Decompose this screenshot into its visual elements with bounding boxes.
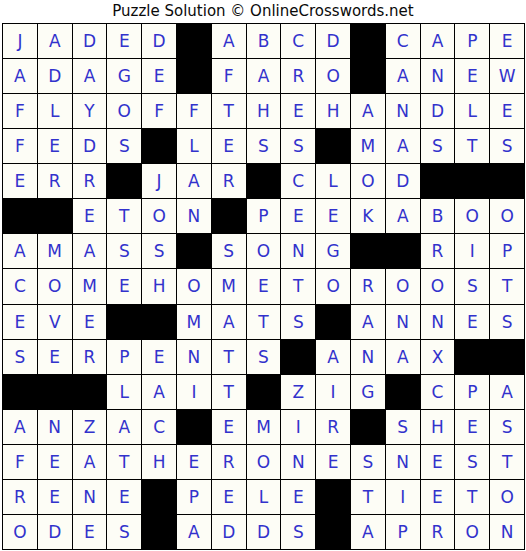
grid-cell[interactable]: N <box>73 480 107 514</box>
grid-cell[interactable]: T <box>212 340 246 374</box>
grid-cell[interactable]: O <box>455 515 489 549</box>
grid-cell[interactable]: D <box>421 94 455 128</box>
grid-cell[interactable]: E <box>455 305 489 339</box>
grid-cell[interactable]: S <box>490 129 524 163</box>
grid-cell[interactable]: O <box>351 164 385 198</box>
grid-cell[interactable]: E <box>212 129 246 163</box>
black-cell <box>455 340 489 374</box>
grid-cell[interactable]: E <box>281 480 315 514</box>
grid-cell[interactable]: A <box>386 59 420 93</box>
grid-cell[interactable]: A <box>177 164 211 198</box>
grid-cell[interactable]: V <box>38 305 72 339</box>
grid-cell[interactable]: R <box>38 164 72 198</box>
grid-cell[interactable]: L <box>455 94 489 128</box>
grid-cell[interactable]: F <box>177 94 211 128</box>
black-cell <box>73 375 107 409</box>
grid-cell[interactable]: F <box>3 129 37 163</box>
black-cell <box>3 199 37 233</box>
black-cell <box>490 340 524 374</box>
grid-cell[interactable]: E <box>421 480 455 514</box>
grid-cell[interactable]: S <box>212 234 246 268</box>
grid-cell[interactable]: P <box>455 375 489 409</box>
grid-cell[interactable]: E <box>490 24 524 58</box>
grid-cell[interactable]: M <box>177 305 211 339</box>
grid-cell[interactable]: X <box>421 340 455 374</box>
grid-cell[interactable]: I <box>316 375 350 409</box>
black-cell <box>142 515 176 549</box>
grid-cell[interactable]: D <box>38 59 72 93</box>
black-cell <box>142 305 176 339</box>
grid-cell[interactable]: T <box>490 269 524 303</box>
grid-cell[interactable]: T <box>490 445 524 479</box>
grid-cell[interactable]: O <box>38 269 72 303</box>
grid-cell[interactable]: C <box>386 24 420 58</box>
crossword-grid: JADEDABCDCAPEADAGEFAROANEWFLYOFFTHEHANDL… <box>2 23 525 550</box>
black-cell <box>316 480 350 514</box>
grid-cell[interactable]: M <box>212 269 246 303</box>
black-cell <box>247 375 281 409</box>
grid-cell[interactable]: A <box>73 59 107 93</box>
grid-cell[interactable]: E <box>281 94 315 128</box>
grid-cell[interactable]: H <box>421 410 455 444</box>
grid-cell[interactable]: E <box>107 480 141 514</box>
grid-cell[interactable]: E <box>38 480 72 514</box>
grid-cell[interactable]: E <box>142 340 176 374</box>
grid-cell[interactable]: S <box>490 305 524 339</box>
grid-cell[interactable]: E <box>107 24 141 58</box>
grid-cell[interactable]: N <box>386 305 420 339</box>
grid-cell[interactable]: D <box>73 129 107 163</box>
grid-cell[interactable]: A <box>107 410 141 444</box>
grid-cell[interactable]: L <box>38 94 72 128</box>
black-cell <box>316 129 350 163</box>
grid-cell[interactable]: N <box>177 199 211 233</box>
black-cell <box>351 234 385 268</box>
grid-cell[interactable]: T <box>107 199 141 233</box>
grid-cell[interactable]: E <box>490 94 524 128</box>
grid-cell[interactable]: F <box>3 94 37 128</box>
grid-cell[interactable]: S <box>281 129 315 163</box>
grid-cell[interactable]: B <box>421 199 455 233</box>
grid-cell[interactable]: C <box>281 24 315 58</box>
grid-cell[interactable]: A <box>351 94 385 128</box>
grid-cell[interactable]: O <box>107 94 141 128</box>
grid-cell[interactable]: R <box>73 340 107 374</box>
grid-cell[interactable]: D <box>247 515 281 549</box>
grid-cell[interactable]: N <box>281 234 315 268</box>
grid-cell[interactable]: R <box>421 515 455 549</box>
grid-cell[interactable]: A <box>247 59 281 93</box>
grid-cell[interactable]: D <box>38 515 72 549</box>
grid-cell[interactable]: A <box>73 445 107 479</box>
grid-cell[interactable]: G <box>107 59 141 93</box>
grid-cell[interactable]: G <box>316 234 350 268</box>
grid-cell[interactable]: S <box>247 340 281 374</box>
black-cell <box>177 59 211 93</box>
grid-cell[interactable]: R <box>212 164 246 198</box>
grid-cell[interactable]: H <box>142 445 176 479</box>
grid-cell[interactable]: C <box>3 269 37 303</box>
grid-cell[interactable]: E <box>38 129 72 163</box>
grid-cell[interactable]: O <box>142 199 176 233</box>
black-cell <box>3 375 37 409</box>
black-cell <box>455 164 489 198</box>
page-title: Puzzle Solution © OnlineCrosswords.net <box>0 1 526 21</box>
grid-cell[interactable]: B <box>247 24 281 58</box>
grid-cell[interactable]: A <box>421 24 455 58</box>
grid-cell[interactable]: A <box>73 234 107 268</box>
grid-cell[interactable]: P <box>247 199 281 233</box>
grid-cell[interactable]: N <box>386 445 420 479</box>
grid-cell[interactable]: S <box>107 515 141 549</box>
grid-cell[interactable]: L <box>316 164 350 198</box>
black-cell <box>316 305 350 339</box>
grid-cell[interactable]: S <box>421 129 455 163</box>
grid-cell[interactable]: A <box>177 515 211 549</box>
grid-cell[interactable]: E <box>455 59 489 93</box>
grid-cell[interactable]: T <box>107 445 141 479</box>
black-cell <box>351 24 385 58</box>
grid-cell[interactable]: T <box>281 269 315 303</box>
grid-cell[interactable]: E <box>142 59 176 93</box>
grid-cell[interactable]: E <box>316 445 350 479</box>
grid-cell[interactable]: S <box>490 410 524 444</box>
grid-cell[interactable]: H <box>316 94 350 128</box>
grid-cell[interactable]: K <box>351 199 385 233</box>
grid-cell[interactable]: S <box>455 445 489 479</box>
black-cell <box>142 129 176 163</box>
grid-cell[interactable]: A <box>351 515 385 549</box>
grid-cell[interactable]: D <box>316 24 350 58</box>
grid-cell[interactable]: L <box>107 375 141 409</box>
grid-cell[interactable]: R <box>316 410 350 444</box>
grid-cell[interactable]: R <box>73 164 107 198</box>
grid-cell[interactable]: H <box>247 94 281 128</box>
grid-cell[interactable]: D <box>212 515 246 549</box>
grid-cell[interactable]: W <box>490 59 524 93</box>
grid-cell[interactable]: N <box>386 94 420 128</box>
grid-cell[interactable]: S <box>455 269 489 303</box>
grid-cell[interactable]: D <box>386 164 420 198</box>
grid-cell[interactable]: P <box>107 340 141 374</box>
grid-cell[interactable]: M <box>247 410 281 444</box>
grid-cell[interactable]: R <box>351 269 385 303</box>
grid-cell[interactable]: C <box>142 410 176 444</box>
black-cell <box>177 24 211 58</box>
grid-cell[interactable]: E <box>38 340 72 374</box>
grid-cell[interactable]: H <box>142 269 176 303</box>
grid-cell[interactable]: O <box>490 199 524 233</box>
grid-cell[interactable]: A <box>38 24 72 58</box>
grid-cell[interactable]: A <box>3 234 37 268</box>
grid-cell[interactable]: S <box>142 234 176 268</box>
grid-cell[interactable]: N <box>421 305 455 339</box>
grid-cell[interactable]: L <box>177 129 211 163</box>
grid-cell[interactable]: E <box>73 515 107 549</box>
grid-cell[interactable]: E <box>455 410 489 444</box>
grid-cell[interactable]: I <box>455 234 489 268</box>
black-cell <box>386 234 420 268</box>
grid-cell[interactable]: N <box>421 59 455 93</box>
grid-cell[interactable]: E <box>212 410 246 444</box>
grid-cell[interactable]: O <box>3 515 37 549</box>
grid-cell[interactable]: S <box>386 410 420 444</box>
grid-cell[interactable]: M <box>38 234 72 268</box>
grid-cell[interactable]: A <box>386 129 420 163</box>
grid-cell[interactable]: A <box>3 59 37 93</box>
black-cell <box>421 164 455 198</box>
grid-cell[interactable]: S <box>107 234 141 268</box>
black-cell <box>281 340 315 374</box>
grid-cell[interactable]: O <box>421 269 455 303</box>
grid-cell[interactable]: J <box>3 24 37 58</box>
grid-cell[interactable]: O <box>247 234 281 268</box>
grid-cell[interactable]: P <box>490 234 524 268</box>
crossword-solution-page: Puzzle Solution © OnlineCrosswords.net J… <box>0 0 526 551</box>
grid-cell[interactable]: R <box>212 445 246 479</box>
black-cell <box>38 199 72 233</box>
grid-cell[interactable]: R <box>281 59 315 93</box>
grid-cell[interactable]: E <box>38 445 72 479</box>
grid-cell[interactable]: E <box>73 199 107 233</box>
black-cell <box>107 164 141 198</box>
grid-cell[interactable]: S <box>247 129 281 163</box>
grid-cell[interactable]: E <box>316 199 350 233</box>
grid-cell[interactable]: I <box>386 480 420 514</box>
grid-cell[interactable]: G <box>351 375 385 409</box>
black-cell <box>107 305 141 339</box>
grid-cell[interactable]: C <box>421 375 455 409</box>
grid-cell[interactable]: T <box>212 375 246 409</box>
grid-cell[interactable]: F <box>212 59 246 93</box>
grid-cell[interactable]: R <box>3 480 37 514</box>
grid-cell[interactable]: R <box>421 234 455 268</box>
grid-cell[interactable]: S <box>281 515 315 549</box>
grid-cell[interactable]: F <box>142 94 176 128</box>
black-cell <box>490 164 524 198</box>
black-cell <box>316 515 350 549</box>
grid-cell[interactable]: L <box>247 480 281 514</box>
grid-cell[interactable]: A <box>351 305 385 339</box>
grid-cell[interactable]: E <box>247 269 281 303</box>
grid-cell[interactable]: E <box>73 305 107 339</box>
grid-cell[interactable]: A <box>386 199 420 233</box>
grid-cell[interactable]: P <box>386 515 420 549</box>
grid-cell[interactable]: P <box>455 24 489 58</box>
black-cell <box>142 480 176 514</box>
grid-cell[interactable]: N <box>281 445 315 479</box>
grid-cell[interactable]: A <box>490 375 524 409</box>
grid-cell[interactable]: M <box>73 269 107 303</box>
grid-cell[interactable]: I <box>281 410 315 444</box>
grid-cell[interactable]: E <box>281 199 315 233</box>
grid-cell[interactable]: S <box>107 129 141 163</box>
grid-cell[interactable]: E <box>212 480 246 514</box>
black-cell <box>351 410 385 444</box>
grid-cell[interactable]: E <box>177 445 211 479</box>
grid-cell[interactable]: A <box>142 375 176 409</box>
grid-cell[interactable]: I <box>177 375 211 409</box>
grid-cell[interactable]: A <box>386 340 420 374</box>
grid-cell[interactable]: E <box>3 164 37 198</box>
grid-cell[interactable]: C <box>281 164 315 198</box>
grid-cell[interactable]: E <box>421 445 455 479</box>
grid-cell[interactable]: A <box>3 410 37 444</box>
grid-cell[interactable]: Y <box>73 94 107 128</box>
grid-cell[interactable]: S <box>281 305 315 339</box>
grid-cell[interactable]: N <box>351 340 385 374</box>
black-cell <box>386 375 420 409</box>
grid-cell[interactable]: O <box>455 199 489 233</box>
black-cell <box>177 234 211 268</box>
grid-cell[interactable]: E <box>107 269 141 303</box>
grid-cell[interactable]: S <box>3 340 37 374</box>
grid-cell[interactable]: O <box>490 480 524 514</box>
grid-cell[interactable]: N <box>38 410 72 444</box>
grid-cell[interactable]: F <box>3 445 37 479</box>
grid-cell[interactable]: D <box>142 24 176 58</box>
grid-cell[interactable]: O <box>316 59 350 93</box>
grid-cell[interactable]: A <box>316 340 350 374</box>
grid-cell[interactable]: D <box>73 24 107 58</box>
black-cell <box>247 164 281 198</box>
grid-cell[interactable]: T <box>455 480 489 514</box>
grid-cell[interactable]: T <box>212 94 246 128</box>
grid-cell[interactable]: T <box>247 305 281 339</box>
grid-cell[interactable]: A <box>212 24 246 58</box>
black-cell <box>177 410 211 444</box>
grid-cell[interactable]: A <box>212 305 246 339</box>
grid-cell[interactable]: E <box>3 305 37 339</box>
black-cell <box>212 199 246 233</box>
grid-cell[interactable]: P <box>177 480 211 514</box>
grid-cell[interactable]: O <box>316 269 350 303</box>
grid-cell[interactable]: O <box>247 445 281 479</box>
grid-cell[interactable]: O <box>177 269 211 303</box>
grid-cell[interactable]: O <box>386 269 420 303</box>
grid-cell[interactable]: J <box>142 164 176 198</box>
grid-cell[interactable]: Z <box>73 410 107 444</box>
grid-cell[interactable]: T <box>455 129 489 163</box>
grid-cell[interactable]: N <box>177 340 211 374</box>
black-cell <box>38 375 72 409</box>
grid-cell[interactable]: T <box>351 480 385 514</box>
grid-cell[interactable]: S <box>351 445 385 479</box>
grid-cell[interactable]: Z <box>281 375 315 409</box>
black-cell <box>351 59 385 93</box>
grid-cell[interactable]: M <box>351 129 385 163</box>
grid-cell[interactable]: N <box>490 515 524 549</box>
